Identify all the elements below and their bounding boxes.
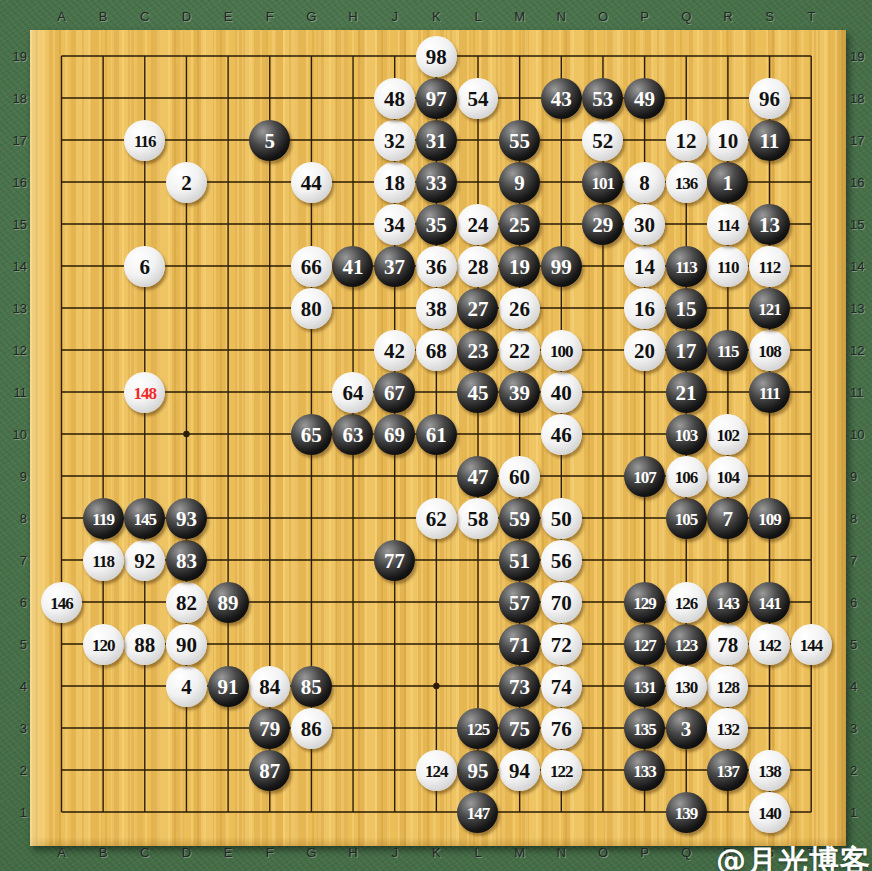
move-number: 123 — [675, 636, 698, 653]
black-stone-15: 15 — [666, 288, 707, 329]
move-number: 104 — [716, 468, 739, 485]
white-stone-58: 58 — [457, 498, 498, 539]
move-number: 31 — [426, 130, 447, 151]
coord-label-right: 8 — [850, 511, 872, 526]
white-stone-118: 118 — [83, 540, 124, 581]
coord-label-bottom: L — [474, 845, 481, 860]
move-number: 62 — [426, 508, 447, 529]
coord-label-top: P — [640, 9, 649, 24]
move-number: 52 — [592, 130, 613, 151]
move-number: 95 — [467, 760, 488, 781]
move-number: 37 — [384, 256, 405, 277]
move-number: 16 — [634, 298, 655, 319]
black-stone-51: 51 — [499, 540, 540, 581]
coord-label-bottom: C — [140, 845, 149, 860]
move-number: 113 — [675, 258, 697, 275]
white-stone-102: 102 — [707, 414, 748, 455]
black-stone-119: 119 — [83, 498, 124, 539]
white-stone-62: 62 — [416, 498, 457, 539]
move-number: 22 — [509, 340, 530, 361]
white-stone-128: 128 — [707, 666, 748, 707]
move-number: 19 — [509, 256, 530, 277]
coord-label-top: G — [306, 9, 316, 24]
move-number: 69 — [384, 424, 405, 445]
move-number: 45 — [467, 382, 488, 403]
coord-label-right: 1 — [850, 805, 872, 820]
move-number: 53 — [592, 88, 613, 109]
coord-label-right: 2 — [850, 763, 872, 778]
move-number: 46 — [551, 424, 572, 445]
white-stone-116: 116 — [124, 120, 165, 161]
move-number: 100 — [550, 342, 573, 359]
coord-label-left: 13 — [2, 301, 27, 316]
black-stone-61: 61 — [416, 414, 457, 455]
coord-label-left: 3 — [2, 721, 27, 736]
coord-label-right: 7 — [850, 553, 872, 568]
move-number: 42 — [384, 340, 405, 361]
black-stone-73: 73 — [499, 666, 540, 707]
move-number: 124 — [425, 762, 448, 779]
move-number: 96 — [759, 88, 780, 109]
move-number: 141 — [758, 594, 781, 611]
coord-label-bottom: B — [99, 845, 108, 860]
coord-label-bottom: E — [224, 845, 233, 860]
black-stone-85: 85 — [291, 666, 332, 707]
black-stone-101: 101 — [582, 162, 623, 203]
move-number: 121 — [758, 300, 781, 317]
coord-label-bottom: G — [306, 845, 316, 860]
white-stone-34: 34 — [374, 204, 415, 245]
move-number: 115 — [717, 342, 739, 359]
move-number: 38 — [426, 298, 447, 319]
move-number: 127 — [633, 636, 656, 653]
coord-label-left: 1 — [2, 805, 27, 820]
white-stone-6: 6 — [124, 246, 165, 287]
coord-label-right: 4 — [850, 679, 872, 694]
move-number: 29 — [592, 214, 613, 235]
move-number: 67 — [384, 382, 405, 403]
move-number: 1 — [722, 172, 733, 193]
move-number: 48 — [384, 88, 405, 109]
black-stone-105: 105 — [666, 498, 707, 539]
white-stone-14: 14 — [624, 246, 665, 287]
white-stone-90: 90 — [166, 624, 207, 665]
black-stone-1: 1 — [707, 162, 748, 203]
move-number: 122 — [550, 762, 573, 779]
black-stone-23: 23 — [457, 330, 498, 371]
black-stone-109: 109 — [749, 498, 790, 539]
coord-label-right: 3 — [850, 721, 872, 736]
white-stone-136: 136 — [666, 162, 707, 203]
black-stone-67: 67 — [374, 372, 415, 413]
coord-label-top: F — [266, 9, 274, 24]
move-number: 3 — [681, 718, 692, 739]
coord-label-right: 17 — [850, 133, 872, 148]
move-number: 139 — [675, 804, 698, 821]
stones-grid: 1234567891011121314151617181920212223242… — [41, 35, 832, 833]
white-stone-108: 108 — [749, 330, 790, 371]
move-number: 103 — [675, 426, 698, 443]
move-number: 86 — [301, 718, 322, 739]
white-stone-138: 138 — [749, 750, 790, 791]
move-number: 74 — [551, 676, 572, 697]
white-stone-110: 110 — [707, 246, 748, 287]
coord-label-left: 9 — [2, 469, 27, 484]
move-number: 6 — [140, 256, 151, 277]
black-stone-147: 147 — [457, 792, 498, 833]
move-number: 133 — [633, 762, 656, 779]
black-stone-89: 89 — [208, 582, 249, 623]
white-stone-144: 144 — [791, 624, 832, 665]
move-number: 12 — [676, 130, 697, 151]
move-number: 11 — [759, 130, 779, 151]
black-stone-121: 121 — [749, 288, 790, 329]
move-number: 33 — [426, 172, 447, 193]
move-number: 140 — [758, 804, 781, 821]
white-stone-92: 92 — [124, 540, 165, 581]
move-number: 128 — [716, 678, 739, 695]
white-stone-4: 4 — [166, 666, 207, 707]
coord-label-bottom: Q — [681, 845, 691, 860]
coord-label-top: M — [514, 9, 525, 24]
move-number: 97 — [426, 88, 447, 109]
coord-label-right: 16 — [850, 175, 872, 190]
move-number: 2 — [181, 172, 192, 193]
white-stone-104: 104 — [707, 456, 748, 497]
white-stone-130: 130 — [666, 666, 707, 707]
coord-label-right: 9 — [850, 469, 872, 484]
coord-label-left: 16 — [2, 175, 27, 190]
move-number: 106 — [675, 468, 698, 485]
move-number: 143 — [716, 594, 739, 611]
coord-label-right: 11 — [850, 385, 872, 400]
white-stone-50: 50 — [541, 498, 582, 539]
white-stone-40: 40 — [541, 372, 582, 413]
white-stone-66: 66 — [291, 246, 332, 287]
move-number: 108 — [758, 342, 781, 359]
coord-label-right: 14 — [850, 259, 872, 274]
move-number: 65 — [301, 424, 322, 445]
move-number: 107 — [633, 468, 656, 485]
white-stone-54: 54 — [457, 78, 498, 119]
move-number: 88 — [134, 634, 155, 655]
move-number: 10 — [717, 130, 738, 151]
white-stone-16: 16 — [624, 288, 665, 329]
move-number: 63 — [342, 424, 363, 445]
move-number: 66 — [301, 256, 322, 277]
black-stone-41: 41 — [332, 246, 373, 287]
white-stone-98: 98 — [416, 36, 457, 77]
move-number: 92 — [134, 550, 155, 571]
move-number: 64 — [342, 382, 363, 403]
white-stone-46: 46 — [541, 414, 582, 455]
coord-label-bottom: P — [640, 845, 649, 860]
black-stone-17: 17 — [666, 330, 707, 371]
move-number: 13 — [759, 214, 780, 235]
move-number: 111 — [759, 384, 780, 401]
move-number: 41 — [342, 256, 363, 277]
coord-label-top: S — [765, 9, 774, 24]
move-number: 57 — [509, 592, 530, 613]
coord-label-left: 19 — [2, 49, 27, 64]
move-number: 135 — [633, 720, 656, 737]
move-number: 80 — [301, 298, 322, 319]
coord-label-top: L — [474, 9, 481, 24]
white-stone-140: 140 — [749, 792, 790, 833]
coord-label-left: 18 — [2, 91, 27, 106]
white-stone-10: 10 — [707, 120, 748, 161]
coord-label-bottom: J — [391, 845, 398, 860]
move-number: 61 — [426, 424, 447, 445]
white-stone-20: 20 — [624, 330, 665, 371]
black-stone-123: 123 — [666, 624, 707, 665]
move-number: 142 — [758, 636, 781, 653]
move-number: 91 — [218, 676, 239, 697]
coord-label-left: 15 — [2, 217, 27, 232]
coord-label-bottom: K — [432, 845, 441, 860]
move-number: 68 — [426, 340, 447, 361]
black-stone-55: 55 — [499, 120, 540, 161]
black-stone-7: 7 — [707, 498, 748, 539]
white-stone-132: 132 — [707, 708, 748, 749]
black-stone-53: 53 — [582, 78, 623, 119]
move-number: 137 — [716, 762, 739, 779]
coord-label-top: Q — [681, 9, 691, 24]
coord-label-right: 12 — [850, 343, 872, 358]
move-number: 35 — [426, 214, 447, 235]
white-stone-124: 124 — [416, 750, 457, 791]
coord-label-left: 17 — [2, 133, 27, 148]
white-stone-52: 52 — [582, 120, 623, 161]
white-stone-72: 72 — [541, 624, 582, 665]
move-number: 8 — [639, 172, 650, 193]
white-stone-74: 74 — [541, 666, 582, 707]
move-number: 30 — [634, 214, 655, 235]
move-number: 87 — [259, 760, 280, 781]
move-number: 28 — [467, 256, 488, 277]
white-stone-18: 18 — [374, 162, 415, 203]
move-number: 20 — [634, 340, 655, 361]
black-stone-57: 57 — [499, 582, 540, 623]
black-stone-29: 29 — [582, 204, 623, 245]
move-number: 148 — [134, 384, 157, 401]
coord-label-top: N — [557, 9, 566, 24]
black-stone-115: 115 — [707, 330, 748, 371]
move-number: 105 — [675, 510, 698, 527]
coord-label-bottom: N — [557, 845, 566, 860]
coord-label-top: C — [140, 9, 149, 24]
black-stone-141: 141 — [749, 582, 790, 623]
black-stone-39: 39 — [499, 372, 540, 413]
move-number: 77 — [384, 550, 405, 571]
coord-label-bottom: D — [182, 845, 191, 860]
black-stone-59: 59 — [499, 498, 540, 539]
move-number: 49 — [634, 88, 655, 109]
move-number: 125 — [467, 720, 490, 737]
black-stone-75: 75 — [499, 708, 540, 749]
move-number: 32 — [384, 130, 405, 151]
coord-label-left: 12 — [2, 343, 27, 358]
move-number: 112 — [759, 258, 781, 275]
coord-label-top: A — [57, 9, 66, 24]
move-number: 75 — [509, 718, 530, 739]
move-number: 120 — [92, 636, 115, 653]
move-number: 99 — [551, 256, 572, 277]
white-stone-96: 96 — [749, 78, 790, 119]
move-number: 145 — [134, 510, 157, 527]
move-number: 60 — [509, 466, 530, 487]
black-stone-49: 49 — [624, 78, 665, 119]
move-number: 101 — [592, 174, 615, 191]
move-number: 110 — [717, 258, 739, 275]
move-number: 93 — [176, 508, 197, 529]
move-number: 14 — [634, 256, 655, 277]
coord-label-right: 18 — [850, 91, 872, 106]
black-stone-27: 27 — [457, 288, 498, 329]
coord-label-left: 7 — [2, 553, 27, 568]
black-stone-19: 19 — [499, 246, 540, 287]
white-stone-122: 122 — [541, 750, 582, 791]
coord-label-top: B — [99, 9, 108, 24]
white-stone-56: 56 — [541, 540, 582, 581]
black-stone-125: 125 — [457, 708, 498, 749]
move-number: 114 — [717, 216, 739, 233]
black-stone-143: 143 — [707, 582, 748, 623]
coord-label-bottom: A — [57, 845, 66, 860]
white-stone-148: 148 — [124, 372, 165, 413]
move-number: 144 — [800, 636, 823, 653]
move-number: 147 — [467, 804, 490, 821]
move-number: 59 — [509, 508, 530, 529]
white-stone-30: 30 — [624, 204, 665, 245]
coord-label-bottom: O — [598, 845, 608, 860]
move-number: 18 — [384, 172, 405, 193]
move-number: 17 — [676, 340, 697, 361]
black-stone-21: 21 — [666, 372, 707, 413]
black-stone-25: 25 — [499, 204, 540, 245]
white-stone-78: 78 — [707, 624, 748, 665]
move-number: 7 — [722, 508, 733, 529]
coord-label-left: 14 — [2, 259, 27, 274]
black-stone-127: 127 — [624, 624, 665, 665]
black-stone-131: 131 — [624, 666, 665, 707]
move-number: 27 — [467, 298, 488, 319]
move-number: 102 — [716, 426, 739, 443]
move-number: 94 — [509, 760, 530, 781]
coord-label-bottom: H — [348, 845, 357, 860]
coord-label-top: K — [432, 9, 441, 24]
black-stone-5: 5 — [249, 120, 290, 161]
move-number: 82 — [176, 592, 197, 613]
coord-label-right: 19 — [850, 49, 872, 64]
white-stone-86: 86 — [291, 708, 332, 749]
coord-label-right: 15 — [850, 217, 872, 232]
black-stone-47: 47 — [457, 456, 498, 497]
move-number: 73 — [509, 676, 530, 697]
black-stone-65: 65 — [291, 414, 332, 455]
black-stone-145: 145 — [124, 498, 165, 539]
coord-label-bottom: F — [266, 845, 274, 860]
move-number: 85 — [301, 676, 322, 697]
black-stone-93: 93 — [166, 498, 207, 539]
coord-label-left: 2 — [2, 763, 27, 778]
move-number: 89 — [218, 592, 239, 613]
move-number: 36 — [426, 256, 447, 277]
coord-label-bottom: M — [514, 845, 525, 860]
move-number: 39 — [509, 382, 530, 403]
move-number: 15 — [676, 298, 697, 319]
white-stone-8: 8 — [624, 162, 665, 203]
coord-label-left: 5 — [2, 637, 27, 652]
move-number: 130 — [675, 678, 698, 695]
white-stone-42: 42 — [374, 330, 415, 371]
black-stone-69: 69 — [374, 414, 415, 455]
white-stone-80: 80 — [291, 288, 332, 329]
white-stone-68: 68 — [416, 330, 457, 371]
white-stone-38: 38 — [416, 288, 457, 329]
white-stone-142: 142 — [749, 624, 790, 665]
coord-label-top: H — [348, 9, 357, 24]
white-stone-146: 146 — [41, 582, 82, 623]
coord-label-left: 11 — [2, 385, 27, 400]
coord-label-left: 6 — [2, 595, 27, 610]
move-number: 40 — [551, 382, 572, 403]
black-stone-71: 71 — [499, 624, 540, 665]
white-stone-60: 60 — [499, 456, 540, 497]
move-number: 126 — [675, 594, 698, 611]
move-number: 79 — [259, 718, 280, 739]
black-stone-99: 99 — [541, 246, 582, 287]
black-stone-83: 83 — [166, 540, 207, 581]
coord-label-right: 13 — [850, 301, 872, 316]
move-number: 109 — [758, 510, 781, 527]
white-stone-84: 84 — [249, 666, 290, 707]
coord-label-top: T — [807, 9, 815, 24]
black-stone-91: 91 — [208, 666, 249, 707]
move-number: 58 — [467, 508, 488, 529]
move-number: 34 — [384, 214, 405, 235]
white-stone-32: 32 — [374, 120, 415, 161]
move-number: 55 — [509, 130, 530, 151]
black-stone-135: 135 — [624, 708, 665, 749]
move-number: 50 — [551, 508, 572, 529]
black-stone-107: 107 — [624, 456, 665, 497]
move-number: 71 — [509, 634, 530, 655]
move-number: 132 — [716, 720, 739, 737]
white-stone-114: 114 — [707, 204, 748, 245]
white-stone-100: 100 — [541, 330, 582, 371]
black-stone-13: 13 — [749, 204, 790, 245]
black-stone-111: 111 — [749, 372, 790, 413]
black-stone-11: 11 — [749, 120, 790, 161]
move-number: 129 — [633, 594, 656, 611]
white-stone-48: 48 — [374, 78, 415, 119]
move-number: 90 — [176, 634, 197, 655]
watermark-text: @月光博客 — [716, 841, 871, 871]
move-number: 23 — [467, 340, 488, 361]
black-stone-3: 3 — [666, 708, 707, 749]
white-stone-76: 76 — [541, 708, 582, 749]
white-stone-120: 120 — [83, 624, 124, 665]
white-stone-126: 126 — [666, 582, 707, 623]
move-number: 76 — [551, 718, 572, 739]
move-number: 24 — [467, 214, 488, 235]
white-stone-22: 22 — [499, 330, 540, 371]
black-stone-37: 37 — [374, 246, 415, 287]
coord-label-left: 10 — [2, 427, 27, 442]
move-number: 131 — [633, 678, 656, 695]
black-stone-45: 45 — [457, 372, 498, 413]
